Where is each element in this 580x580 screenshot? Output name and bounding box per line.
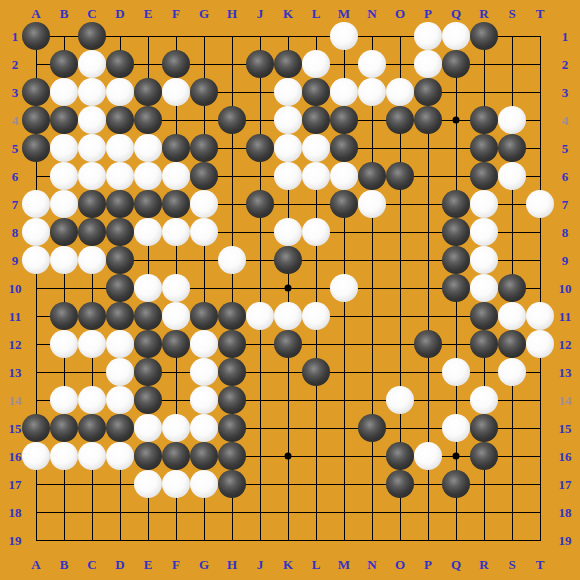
intersection-e3[interactable] (134, 78, 162, 106)
intersection-k7[interactable] (274, 190, 302, 218)
intersection-d9[interactable] (106, 246, 134, 274)
intersection-l5[interactable] (302, 134, 330, 162)
intersection-o3[interactable] (386, 78, 414, 106)
intersection-e8[interactable] (134, 218, 162, 246)
intersection-t6[interactable] (526, 162, 554, 190)
intersection-s10[interactable] (498, 274, 526, 302)
intersection-d3[interactable] (106, 78, 134, 106)
intersection-q2[interactable] (442, 50, 470, 78)
intersection-m19[interactable] (330, 526, 358, 554)
intersection-a6[interactable] (22, 162, 50, 190)
intersection-q16[interactable] (442, 442, 470, 470)
intersection-t17[interactable] (526, 470, 554, 498)
intersection-s17[interactable] (498, 470, 526, 498)
intersection-j2[interactable] (246, 50, 274, 78)
intersection-g15[interactable] (190, 414, 218, 442)
intersection-r19[interactable] (470, 526, 498, 554)
intersection-e9[interactable] (134, 246, 162, 274)
intersection-s13[interactable] (498, 358, 526, 386)
intersection-m18[interactable] (330, 498, 358, 526)
intersection-g18[interactable] (190, 498, 218, 526)
intersection-e2[interactable] (134, 50, 162, 78)
intersection-d17[interactable] (106, 470, 134, 498)
intersection-h9[interactable] (218, 246, 246, 274)
intersection-q14[interactable] (442, 386, 470, 414)
intersection-a11[interactable] (22, 302, 50, 330)
intersection-k19[interactable] (274, 526, 302, 554)
intersection-t19[interactable] (526, 526, 554, 554)
intersection-h7[interactable] (218, 190, 246, 218)
intersection-q19[interactable] (442, 526, 470, 554)
intersection-f11[interactable] (162, 302, 190, 330)
intersection-d10[interactable] (106, 274, 134, 302)
intersection-j14[interactable] (246, 386, 274, 414)
intersection-j11[interactable] (246, 302, 274, 330)
intersection-c15[interactable] (78, 414, 106, 442)
intersection-t7[interactable] (526, 190, 554, 218)
intersection-b1[interactable] (50, 22, 78, 50)
intersection-q7[interactable] (442, 190, 470, 218)
intersection-n15[interactable] (358, 414, 386, 442)
intersection-k12[interactable] (274, 330, 302, 358)
intersection-n19[interactable] (358, 526, 386, 554)
intersection-r4[interactable] (470, 106, 498, 134)
intersection-p18[interactable] (414, 498, 442, 526)
intersection-f7[interactable] (162, 190, 190, 218)
intersection-m9[interactable] (330, 246, 358, 274)
intersection-p4[interactable] (414, 106, 442, 134)
intersection-c4[interactable] (78, 106, 106, 134)
intersection-k16[interactable] (274, 442, 302, 470)
intersection-e15[interactable] (134, 414, 162, 442)
intersection-s14[interactable] (498, 386, 526, 414)
intersection-d14[interactable] (106, 386, 134, 414)
intersection-d7[interactable] (106, 190, 134, 218)
intersection-a8[interactable] (22, 218, 50, 246)
intersection-b10[interactable] (50, 274, 78, 302)
intersection-p11[interactable] (414, 302, 442, 330)
intersection-f6[interactable] (162, 162, 190, 190)
intersection-j5[interactable] (246, 134, 274, 162)
intersection-k13[interactable] (274, 358, 302, 386)
intersection-p16[interactable] (414, 442, 442, 470)
intersection-c16[interactable] (78, 442, 106, 470)
intersection-f9[interactable] (162, 246, 190, 274)
intersection-p14[interactable] (414, 386, 442, 414)
intersection-k4[interactable] (274, 106, 302, 134)
intersection-f16[interactable] (162, 442, 190, 470)
intersection-g14[interactable] (190, 386, 218, 414)
intersection-s2[interactable] (498, 50, 526, 78)
intersection-m10[interactable] (330, 274, 358, 302)
intersection-h12[interactable] (218, 330, 246, 358)
intersection-k6[interactable] (274, 162, 302, 190)
intersection-n12[interactable] (358, 330, 386, 358)
intersection-n9[interactable] (358, 246, 386, 274)
intersection-t15[interactable] (526, 414, 554, 442)
intersection-p5[interactable] (414, 134, 442, 162)
intersection-j6[interactable] (246, 162, 274, 190)
intersection-m11[interactable] (330, 302, 358, 330)
intersection-j16[interactable] (246, 442, 274, 470)
intersection-q18[interactable] (442, 498, 470, 526)
intersection-m12[interactable] (330, 330, 358, 358)
intersection-b6[interactable] (50, 162, 78, 190)
intersection-s9[interactable] (498, 246, 526, 274)
intersection-t1[interactable] (526, 22, 554, 50)
intersection-g9[interactable] (190, 246, 218, 274)
intersection-g4[interactable] (190, 106, 218, 134)
intersection-g19[interactable] (190, 526, 218, 554)
intersection-c5[interactable] (78, 134, 106, 162)
intersection-r1[interactable] (470, 22, 498, 50)
intersection-t18[interactable] (526, 498, 554, 526)
intersection-a15[interactable] (22, 414, 50, 442)
intersection-l9[interactable] (302, 246, 330, 274)
intersection-l7[interactable] (302, 190, 330, 218)
intersection-d12[interactable] (106, 330, 134, 358)
intersection-t4[interactable] (526, 106, 554, 134)
intersection-r3[interactable] (470, 78, 498, 106)
intersection-k15[interactable] (274, 414, 302, 442)
intersection-m16[interactable] (330, 442, 358, 470)
intersection-o9[interactable] (386, 246, 414, 274)
intersection-f1[interactable] (162, 22, 190, 50)
intersection-p6[interactable] (414, 162, 442, 190)
intersection-d15[interactable] (106, 414, 134, 442)
intersection-m7[interactable] (330, 190, 358, 218)
intersection-k8[interactable] (274, 218, 302, 246)
intersection-s3[interactable] (498, 78, 526, 106)
intersection-k9[interactable] (274, 246, 302, 274)
intersection-l11[interactable] (302, 302, 330, 330)
intersection-p17[interactable] (414, 470, 442, 498)
intersection-o17[interactable] (386, 470, 414, 498)
intersection-o10[interactable] (386, 274, 414, 302)
intersection-e4[interactable] (134, 106, 162, 134)
intersection-a18[interactable] (22, 498, 50, 526)
intersection-f8[interactable] (162, 218, 190, 246)
intersection-s15[interactable] (498, 414, 526, 442)
intersection-o11[interactable] (386, 302, 414, 330)
intersection-p3[interactable] (414, 78, 442, 106)
intersection-l10[interactable] (302, 274, 330, 302)
intersection-f19[interactable] (162, 526, 190, 554)
intersection-j3[interactable] (246, 78, 274, 106)
intersection-q4[interactable] (442, 106, 470, 134)
intersection-a14[interactable] (22, 386, 50, 414)
intersection-d2[interactable] (106, 50, 134, 78)
intersection-j18[interactable] (246, 498, 274, 526)
intersection-r17[interactable] (470, 470, 498, 498)
intersection-m2[interactable] (330, 50, 358, 78)
intersection-c17[interactable] (78, 470, 106, 498)
intersection-p2[interactable] (414, 50, 442, 78)
intersection-d13[interactable] (106, 358, 134, 386)
intersection-p7[interactable] (414, 190, 442, 218)
intersection-d1[interactable] (106, 22, 134, 50)
intersection-e12[interactable] (134, 330, 162, 358)
intersection-p1[interactable] (414, 22, 442, 50)
intersection-g10[interactable] (190, 274, 218, 302)
intersection-m1[interactable] (330, 22, 358, 50)
intersection-k2[interactable] (274, 50, 302, 78)
intersection-m8[interactable] (330, 218, 358, 246)
intersection-o12[interactable] (386, 330, 414, 358)
intersection-s6[interactable] (498, 162, 526, 190)
intersection-m17[interactable] (330, 470, 358, 498)
intersection-q13[interactable] (442, 358, 470, 386)
intersection-d19[interactable] (106, 526, 134, 554)
intersection-b5[interactable] (50, 134, 78, 162)
intersection-f3[interactable] (162, 78, 190, 106)
intersection-g6[interactable] (190, 162, 218, 190)
intersection-g16[interactable] (190, 442, 218, 470)
intersection-d4[interactable] (106, 106, 134, 134)
intersection-c19[interactable] (78, 526, 106, 554)
intersection-r18[interactable] (470, 498, 498, 526)
intersection-n2[interactable] (358, 50, 386, 78)
intersection-q9[interactable] (442, 246, 470, 274)
intersection-l18[interactable] (302, 498, 330, 526)
intersection-s5[interactable] (498, 134, 526, 162)
intersection-p12[interactable] (414, 330, 442, 358)
intersection-h8[interactable] (218, 218, 246, 246)
intersection-q10[interactable] (442, 274, 470, 302)
intersection-o14[interactable] (386, 386, 414, 414)
intersection-d11[interactable] (106, 302, 134, 330)
intersection-n17[interactable] (358, 470, 386, 498)
intersection-o19[interactable] (386, 526, 414, 554)
intersection-c3[interactable] (78, 78, 106, 106)
intersection-h6[interactable] (218, 162, 246, 190)
intersection-b19[interactable] (50, 526, 78, 554)
intersection-e1[interactable] (134, 22, 162, 50)
intersection-d6[interactable] (106, 162, 134, 190)
intersection-c2[interactable] (78, 50, 106, 78)
intersection-c8[interactable] (78, 218, 106, 246)
intersection-b12[interactable] (50, 330, 78, 358)
intersection-h14[interactable] (218, 386, 246, 414)
intersection-t5[interactable] (526, 134, 554, 162)
intersection-f18[interactable] (162, 498, 190, 526)
intersection-j12[interactable] (246, 330, 274, 358)
intersection-t11[interactable] (526, 302, 554, 330)
intersection-p19[interactable] (414, 526, 442, 554)
intersection-j13[interactable] (246, 358, 274, 386)
intersection-r8[interactable] (470, 218, 498, 246)
intersection-r6[interactable] (470, 162, 498, 190)
intersection-h4[interactable] (218, 106, 246, 134)
intersection-n7[interactable] (358, 190, 386, 218)
intersection-f12[interactable] (162, 330, 190, 358)
intersection-g7[interactable] (190, 190, 218, 218)
intersection-g11[interactable] (190, 302, 218, 330)
intersection-q8[interactable] (442, 218, 470, 246)
intersection-m15[interactable] (330, 414, 358, 442)
intersection-b11[interactable] (50, 302, 78, 330)
intersection-k17[interactable] (274, 470, 302, 498)
intersection-d16[interactable] (106, 442, 134, 470)
intersection-g1[interactable] (190, 22, 218, 50)
intersection-e18[interactable] (134, 498, 162, 526)
intersection-p15[interactable] (414, 414, 442, 442)
intersection-t3[interactable] (526, 78, 554, 106)
intersection-b8[interactable] (50, 218, 78, 246)
intersection-f13[interactable] (162, 358, 190, 386)
intersection-o7[interactable] (386, 190, 414, 218)
intersection-o15[interactable] (386, 414, 414, 442)
intersection-a1[interactable] (22, 22, 50, 50)
intersection-l19[interactable] (302, 526, 330, 554)
intersection-j19[interactable] (246, 526, 274, 554)
intersection-r13[interactable] (470, 358, 498, 386)
intersection-q11[interactable] (442, 302, 470, 330)
intersection-c1[interactable] (78, 22, 106, 50)
intersection-k5[interactable] (274, 134, 302, 162)
intersection-q12[interactable] (442, 330, 470, 358)
intersection-p13[interactable] (414, 358, 442, 386)
intersection-a7[interactable] (22, 190, 50, 218)
intersection-t16[interactable] (526, 442, 554, 470)
intersection-t8[interactable] (526, 218, 554, 246)
intersection-l1[interactable] (302, 22, 330, 50)
intersection-n10[interactable] (358, 274, 386, 302)
intersection-g12[interactable] (190, 330, 218, 358)
intersection-g8[interactable] (190, 218, 218, 246)
intersection-q5[interactable] (442, 134, 470, 162)
intersection-t14[interactable] (526, 386, 554, 414)
intersection-k18[interactable] (274, 498, 302, 526)
intersection-s1[interactable] (498, 22, 526, 50)
intersection-c13[interactable] (78, 358, 106, 386)
intersection-f10[interactable] (162, 274, 190, 302)
intersection-k14[interactable] (274, 386, 302, 414)
intersection-t13[interactable] (526, 358, 554, 386)
intersection-o6[interactable] (386, 162, 414, 190)
intersection-b17[interactable] (50, 470, 78, 498)
intersection-q15[interactable] (442, 414, 470, 442)
intersection-g17[interactable] (190, 470, 218, 498)
intersection-m14[interactable] (330, 386, 358, 414)
intersection-r2[interactable] (470, 50, 498, 78)
intersection-t2[interactable] (526, 50, 554, 78)
intersection-b9[interactable] (50, 246, 78, 274)
intersection-n18[interactable] (358, 498, 386, 526)
intersection-o5[interactable] (386, 134, 414, 162)
intersection-j8[interactable] (246, 218, 274, 246)
intersection-a2[interactable] (22, 50, 50, 78)
intersection-s18[interactable] (498, 498, 526, 526)
intersection-b14[interactable] (50, 386, 78, 414)
intersection-l8[interactable] (302, 218, 330, 246)
intersection-t12[interactable] (526, 330, 554, 358)
intersection-c9[interactable] (78, 246, 106, 274)
intersection-o2[interactable] (386, 50, 414, 78)
intersection-c6[interactable] (78, 162, 106, 190)
intersection-h18[interactable] (218, 498, 246, 526)
intersection-l14[interactable] (302, 386, 330, 414)
intersection-n6[interactable] (358, 162, 386, 190)
intersection-s7[interactable] (498, 190, 526, 218)
intersection-f2[interactable] (162, 50, 190, 78)
intersection-t9[interactable] (526, 246, 554, 274)
intersection-n13[interactable] (358, 358, 386, 386)
intersection-e17[interactable] (134, 470, 162, 498)
intersection-o16[interactable] (386, 442, 414, 470)
intersection-o4[interactable] (386, 106, 414, 134)
intersection-e5[interactable] (134, 134, 162, 162)
intersection-e14[interactable] (134, 386, 162, 414)
intersection-a3[interactable] (22, 78, 50, 106)
intersection-h1[interactable] (218, 22, 246, 50)
intersection-n8[interactable] (358, 218, 386, 246)
intersection-s11[interactable] (498, 302, 526, 330)
intersection-c14[interactable] (78, 386, 106, 414)
intersection-q6[interactable] (442, 162, 470, 190)
intersection-a16[interactable] (22, 442, 50, 470)
intersection-j10[interactable] (246, 274, 274, 302)
intersection-l6[interactable] (302, 162, 330, 190)
intersection-k11[interactable] (274, 302, 302, 330)
intersection-r7[interactable] (470, 190, 498, 218)
intersection-b15[interactable] (50, 414, 78, 442)
intersection-e7[interactable] (134, 190, 162, 218)
intersection-d5[interactable] (106, 134, 134, 162)
intersection-m4[interactable] (330, 106, 358, 134)
intersection-g5[interactable] (190, 134, 218, 162)
intersection-b16[interactable] (50, 442, 78, 470)
intersection-p8[interactable] (414, 218, 442, 246)
intersection-o1[interactable] (386, 22, 414, 50)
intersection-p9[interactable] (414, 246, 442, 274)
intersection-j4[interactable] (246, 106, 274, 134)
intersection-k10[interactable] (274, 274, 302, 302)
intersection-e13[interactable] (134, 358, 162, 386)
intersection-b2[interactable] (50, 50, 78, 78)
intersection-f14[interactable] (162, 386, 190, 414)
intersection-f15[interactable] (162, 414, 190, 442)
intersection-e10[interactable] (134, 274, 162, 302)
intersection-d18[interactable] (106, 498, 134, 526)
intersection-n3[interactable] (358, 78, 386, 106)
intersection-r12[interactable] (470, 330, 498, 358)
intersection-j7[interactable] (246, 190, 274, 218)
intersection-f5[interactable] (162, 134, 190, 162)
intersection-j17[interactable] (246, 470, 274, 498)
intersection-j15[interactable] (246, 414, 274, 442)
intersection-r9[interactable] (470, 246, 498, 274)
intersection-l17[interactable] (302, 470, 330, 498)
intersection-s4[interactable] (498, 106, 526, 134)
intersection-a12[interactable] (22, 330, 50, 358)
intersection-e16[interactable] (134, 442, 162, 470)
intersection-o18[interactable] (386, 498, 414, 526)
intersection-l3[interactable] (302, 78, 330, 106)
intersection-h15[interactable] (218, 414, 246, 442)
intersection-g13[interactable] (190, 358, 218, 386)
intersection-n14[interactable] (358, 386, 386, 414)
intersection-a5[interactable] (22, 134, 50, 162)
intersection-e6[interactable] (134, 162, 162, 190)
intersection-r10[interactable] (470, 274, 498, 302)
intersection-h13[interactable] (218, 358, 246, 386)
intersection-h5[interactable] (218, 134, 246, 162)
intersection-l15[interactable] (302, 414, 330, 442)
intersection-a19[interactable] (22, 526, 50, 554)
intersection-k1[interactable] (274, 22, 302, 50)
intersection-b18[interactable] (50, 498, 78, 526)
